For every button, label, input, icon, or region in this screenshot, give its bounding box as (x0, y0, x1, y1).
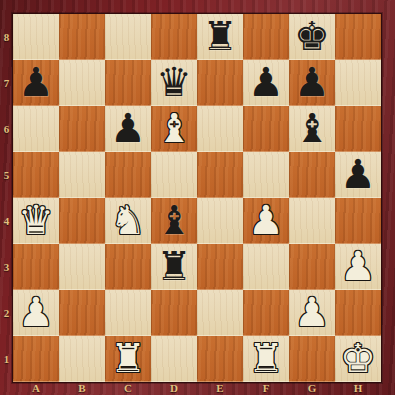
square-f8[interactable] (243, 14, 289, 60)
square-e3[interactable] (197, 244, 243, 290)
rank-label-1: 1 (0, 336, 13, 382)
square-c1[interactable]: ♜ (105, 336, 151, 382)
piece-black-pawn[interactable]: ♟ (294, 62, 330, 102)
file-label-f: F (243, 381, 289, 395)
piece-white-pawn[interactable]: ♟ (340, 246, 376, 286)
piece-black-bishop[interactable]: ♝ (294, 108, 330, 148)
chess-board-frame: ♜♚♟♛♟♟♟♝♝♟♛♞♝♟♜♟♟♟♜♜♚ 87654321ABCDEFGH (0, 0, 395, 395)
square-d2[interactable] (151, 290, 197, 336)
file-label-h: H (335, 381, 381, 395)
square-g6[interactable]: ♝ (289, 106, 335, 152)
square-a8[interactable] (13, 14, 59, 60)
square-h4[interactable] (335, 198, 381, 244)
file-label-c: C (105, 381, 151, 395)
square-c3[interactable] (105, 244, 151, 290)
square-e4[interactable] (197, 198, 243, 244)
square-e5[interactable] (197, 152, 243, 198)
square-h3[interactable]: ♟ (335, 244, 381, 290)
square-c4[interactable]: ♞ (105, 198, 151, 244)
square-c8[interactable] (105, 14, 151, 60)
piece-black-rook[interactable]: ♜ (202, 16, 238, 56)
rank-label-2: 2 (0, 290, 13, 336)
square-d4[interactable]: ♝ (151, 198, 197, 244)
piece-white-rook[interactable]: ♜ (248, 338, 284, 378)
square-g1[interactable] (289, 336, 335, 382)
square-f7[interactable]: ♟ (243, 60, 289, 106)
file-label-e: E (197, 381, 243, 395)
square-b5[interactable] (59, 152, 105, 198)
square-f1[interactable]: ♜ (243, 336, 289, 382)
square-g4[interactable] (289, 198, 335, 244)
square-b6[interactable] (59, 106, 105, 152)
square-b7[interactable] (59, 60, 105, 106)
piece-white-bishop[interactable]: ♝ (156, 108, 192, 148)
square-h2[interactable] (335, 290, 381, 336)
square-h6[interactable] (335, 106, 381, 152)
square-d7[interactable]: ♛ (151, 60, 197, 106)
square-d6[interactable]: ♝ (151, 106, 197, 152)
piece-white-knight[interactable]: ♞ (110, 200, 146, 240)
square-a3[interactable] (13, 244, 59, 290)
piece-black-rook[interactable]: ♜ (156, 246, 192, 286)
square-e2[interactable] (197, 290, 243, 336)
square-c2[interactable] (105, 290, 151, 336)
piece-black-pawn[interactable]: ♟ (340, 154, 376, 194)
square-b2[interactable] (59, 290, 105, 336)
rank-label-7: 7 (0, 60, 13, 106)
square-g2[interactable]: ♟ (289, 290, 335, 336)
chess-board: ♜♚♟♛♟♟♟♝♝♟♛♞♝♟♜♟♟♟♜♜♚ (13, 14, 381, 382)
piece-white-pawn[interactable]: ♟ (18, 292, 54, 332)
piece-black-king[interactable]: ♚ (294, 16, 330, 56)
square-c5[interactable] (105, 152, 151, 198)
square-a4[interactable]: ♛ (13, 198, 59, 244)
rank-label-3: 3 (0, 244, 13, 290)
piece-black-bishop[interactable]: ♝ (156, 200, 192, 240)
square-g5[interactable] (289, 152, 335, 198)
square-d5[interactable] (151, 152, 197, 198)
piece-black-pawn[interactable]: ♟ (110, 108, 146, 148)
square-e6[interactable] (197, 106, 243, 152)
piece-white-pawn[interactable]: ♟ (248, 200, 284, 240)
piece-black-pawn[interactable]: ♟ (18, 62, 54, 102)
piece-black-pawn[interactable]: ♟ (248, 62, 284, 102)
rank-label-6: 6 (0, 106, 13, 152)
square-b4[interactable] (59, 198, 105, 244)
square-f3[interactable] (243, 244, 289, 290)
square-b3[interactable] (59, 244, 105, 290)
piece-white-king[interactable]: ♚ (340, 338, 376, 378)
square-b1[interactable] (59, 336, 105, 382)
square-f6[interactable] (243, 106, 289, 152)
square-h1[interactable]: ♚ (335, 336, 381, 382)
square-a2[interactable]: ♟ (13, 290, 59, 336)
square-g3[interactable] (289, 244, 335, 290)
square-e7[interactable] (197, 60, 243, 106)
square-b8[interactable] (59, 14, 105, 60)
square-e1[interactable] (197, 336, 243, 382)
square-e8[interactable]: ♜ (197, 14, 243, 60)
square-a6[interactable] (13, 106, 59, 152)
square-g7[interactable]: ♟ (289, 60, 335, 106)
file-label-d: D (151, 381, 197, 395)
file-label-g: G (289, 381, 335, 395)
piece-white-pawn[interactable]: ♟ (294, 292, 330, 332)
square-f4[interactable]: ♟ (243, 198, 289, 244)
square-c6[interactable]: ♟ (105, 106, 151, 152)
piece-white-rook[interactable]: ♜ (110, 338, 146, 378)
square-d8[interactable] (151, 14, 197, 60)
rank-label-4: 4 (0, 198, 13, 244)
square-a5[interactable] (13, 152, 59, 198)
file-label-b: B (59, 381, 105, 395)
rank-label-8: 8 (0, 14, 13, 60)
square-h5[interactable]: ♟ (335, 152, 381, 198)
square-g8[interactable]: ♚ (289, 14, 335, 60)
square-d3[interactable]: ♜ (151, 244, 197, 290)
rank-label-5: 5 (0, 152, 13, 198)
square-f5[interactable] (243, 152, 289, 198)
file-label-a: A (13, 381, 59, 395)
square-h8[interactable] (335, 14, 381, 60)
square-a7[interactable]: ♟ (13, 60, 59, 106)
square-c7[interactable] (105, 60, 151, 106)
piece-black-queen[interactable]: ♛ (156, 62, 192, 102)
square-d1[interactable] (151, 336, 197, 382)
square-h7[interactable] (335, 60, 381, 106)
square-f2[interactable] (243, 290, 289, 336)
square-a1[interactable] (13, 336, 59, 382)
piece-white-queen[interactable]: ♛ (18, 200, 54, 240)
